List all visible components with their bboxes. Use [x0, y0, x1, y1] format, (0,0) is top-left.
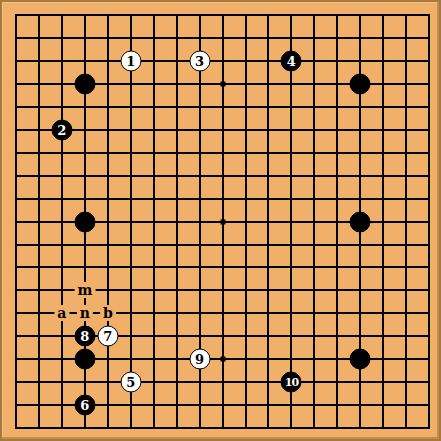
move-number: 6: [80, 399, 89, 412]
stone-black-move-2-C14[interactable]: 2: [51, 119, 72, 140]
board-letter-a[interactable]: a: [54, 305, 69, 321]
grid-line-vertical: [428, 14, 430, 429]
grid-line-vertical: [245, 14, 247, 429]
move-number: 3: [195, 54, 204, 67]
board-letter-n[interactable]: n: [77, 305, 93, 321]
grid-line-horizontal: [15, 244, 430, 246]
move-number: 5: [126, 376, 135, 389]
grid-line-vertical: [290, 14, 292, 429]
move-number: 7: [103, 330, 112, 343]
move-number: 10: [285, 377, 298, 388]
grid-line-horizontal: [15, 381, 430, 383]
grid-line-vertical: [382, 14, 384, 429]
star-point: [220, 357, 225, 362]
stone-black-move-4-N17[interactable]: 4: [281, 50, 302, 71]
stone-black-move-8-D5[interactable]: 8: [74, 326, 95, 347]
move-number: 4: [287, 54, 296, 67]
grid-line-vertical: [313, 14, 315, 429]
grid-line-vertical: [405, 14, 407, 429]
grid-line-horizontal: [15, 427, 430, 429]
go-diagram: manb13428795106: [0, 0, 441, 441]
board-letter-m[interactable]: m: [74, 282, 95, 298]
stone-white-move-9-J4[interactable]: 9: [189, 349, 210, 370]
stone-black-Q4[interactable]: [350, 349, 371, 370]
move-number: 8: [80, 330, 89, 343]
stone-white-move-5-F3[interactable]: 5: [120, 372, 141, 393]
stone-black-D16[interactable]: [74, 73, 95, 94]
grid-line-horizontal: [15, 266, 430, 268]
stone-black-Q16[interactable]: [350, 73, 371, 94]
star-point: [220, 219, 225, 224]
stone-white-move-1-F17[interactable]: 1: [120, 50, 141, 71]
grid-line-vertical: [336, 14, 338, 429]
move-number: 9: [195, 353, 204, 366]
stone-black-D10[interactable]: [74, 211, 95, 232]
grid-line-vertical: [267, 14, 269, 429]
stone-black-move-10-N3[interactable]: 10: [281, 372, 302, 393]
stone-white-move-7-E5[interactable]: 7: [97, 326, 118, 347]
go-board: manb13428795106: [0, 0, 441, 441]
move-number: 1: [126, 54, 135, 67]
stone-white-move-3-J17[interactable]: 3: [189, 50, 210, 71]
board-letter-b[interactable]: b: [100, 305, 116, 321]
move-number: 2: [57, 123, 66, 136]
star-point: [220, 81, 225, 86]
stone-black-Q10[interactable]: [350, 211, 371, 232]
stone-black-move-6-D2[interactable]: 6: [74, 395, 95, 416]
stone-black-D4[interactable]: [74, 349, 95, 370]
